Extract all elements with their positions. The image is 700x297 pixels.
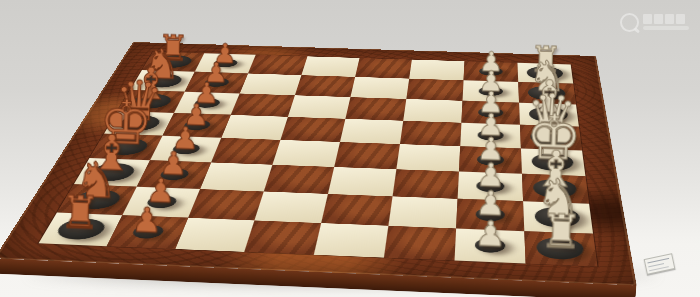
watermark-cjk-characters bbox=[643, 14, 689, 24]
square: ♝ bbox=[522, 174, 589, 204]
square: ♛ bbox=[520, 125, 582, 151]
piece-base-rock bbox=[479, 67, 502, 76]
piece-base-rock bbox=[534, 207, 581, 229]
piece-base-rock bbox=[71, 189, 124, 210]
piece-base-rock bbox=[130, 224, 165, 239]
square bbox=[400, 121, 461, 147]
magnifier-circle-icon bbox=[620, 13, 639, 32]
square: ♝ bbox=[519, 103, 579, 127]
board-perspective-stage: ♜♟♟♜♞♟♟♞♝♟♟♝♛♟♟♛♚♟♟♚♝♟♟♝♞♟♟♞♜♟♟♜ bbox=[0, 0, 700, 297]
square bbox=[200, 162, 272, 191]
piece-base-rock bbox=[476, 208, 505, 222]
square: ♟ bbox=[137, 160, 211, 189]
square bbox=[221, 115, 288, 140]
square bbox=[409, 60, 464, 81]
square: ♟ bbox=[464, 61, 519, 82]
square bbox=[231, 93, 295, 116]
piece-base-rock bbox=[526, 66, 563, 80]
piece-base-rock bbox=[153, 55, 194, 68]
piece-base-rock bbox=[212, 59, 238, 68]
piece-base-rock bbox=[475, 238, 505, 253]
square bbox=[254, 191, 328, 223]
square: ♟ bbox=[459, 146, 522, 174]
piece-base-rock bbox=[531, 153, 574, 172]
watermark-text-block bbox=[643, 14, 689, 30]
watermark bbox=[620, 9, 694, 35]
square bbox=[188, 189, 264, 220]
piece-base-rock bbox=[158, 168, 190, 180]
square bbox=[211, 138, 280, 165]
square bbox=[328, 167, 396, 196]
piece-base-rock bbox=[536, 237, 585, 261]
piece-base-rock bbox=[53, 218, 109, 240]
square bbox=[244, 220, 321, 254]
square bbox=[272, 140, 340, 167]
piece-base-rock bbox=[116, 115, 163, 131]
piece-base-rock bbox=[533, 179, 578, 199]
square bbox=[264, 165, 334, 194]
piece-base-rock bbox=[477, 154, 504, 166]
square bbox=[384, 226, 456, 261]
piece-base-rock bbox=[87, 163, 138, 182]
square bbox=[321, 194, 392, 226]
square: ♞ bbox=[523, 201, 593, 233]
square: ♟ bbox=[455, 228, 526, 263]
square: ♛ bbox=[104, 111, 174, 136]
square: ♟ bbox=[162, 113, 230, 138]
piece-base-rock bbox=[476, 180, 504, 193]
square: ♜ bbox=[524, 231, 597, 266]
square: ♟ bbox=[460, 123, 521, 149]
square bbox=[314, 223, 389, 258]
square bbox=[334, 142, 400, 169]
board-grid: ♜♟♟♜♞♟♟♞♝♟♟♝♛♟♟♛♚♟♟♚♝♟♟♝♞♟♟♞♜♟♟♜ bbox=[39, 52, 598, 267]
square bbox=[406, 79, 463, 101]
piece-base-rock bbox=[530, 129, 571, 146]
square bbox=[301, 56, 359, 77]
square: ♚ bbox=[521, 148, 585, 176]
square: ♜ bbox=[517, 63, 573, 84]
photo-scene: ♜♟♟♜♞♟♟♞♝♟♟♝♛♟♟♛♚♟♟♚♝♟♟♝♞♟♟♞♜♟♟♜ bbox=[0, 0, 700, 297]
square: ♟ bbox=[456, 199, 524, 231]
chess-board-frame: ♜♟♟♜♞♟♟♞♝♟♟♝♛♟♟♛♚♟♟♚♝♟♟♝♞♟♟♞♜♟♟♜ bbox=[0, 42, 636, 285]
piece-base-rock bbox=[171, 143, 202, 155]
square bbox=[175, 218, 254, 252]
square: ♟ bbox=[458, 172, 524, 202]
piece-base-rock bbox=[529, 107, 569, 123]
square bbox=[355, 58, 412, 79]
square bbox=[396, 144, 460, 171]
square bbox=[280, 117, 345, 142]
square bbox=[388, 196, 457, 228]
square bbox=[345, 97, 406, 121]
square: ♟ bbox=[174, 92, 240, 115]
piece-base-rock bbox=[129, 94, 174, 109]
piece-base-rock bbox=[141, 74, 184, 88]
piece-base-rock bbox=[479, 86, 503, 96]
square: ♟ bbox=[195, 53, 256, 73]
square: ♞ bbox=[57, 184, 137, 215]
square bbox=[393, 169, 459, 199]
square: ♟ bbox=[463, 80, 520, 102]
square: ♟ bbox=[185, 72, 248, 94]
square: ♟ bbox=[461, 101, 520, 125]
square bbox=[288, 95, 351, 118]
square bbox=[240, 73, 302, 95]
square: ♞ bbox=[518, 82, 576, 104]
watermark-caption-line bbox=[643, 26, 689, 30]
square bbox=[248, 55, 308, 75]
square: ♟ bbox=[150, 136, 221, 163]
piece-base-rock bbox=[528, 86, 566, 101]
piece-base-rock bbox=[193, 98, 221, 108]
piece-base-rock bbox=[102, 138, 151, 156]
square bbox=[340, 119, 403, 144]
piece-base-rock bbox=[182, 120, 212, 131]
piece-base-rock bbox=[478, 107, 503, 117]
piece-base-rock bbox=[145, 195, 179, 208]
square: ♟ bbox=[122, 187, 200, 218]
piece-base-rock bbox=[478, 130, 504, 141]
square bbox=[295, 75, 355, 97]
piece-base-rock bbox=[203, 78, 230, 87]
square bbox=[350, 77, 409, 99]
square bbox=[403, 99, 462, 123]
